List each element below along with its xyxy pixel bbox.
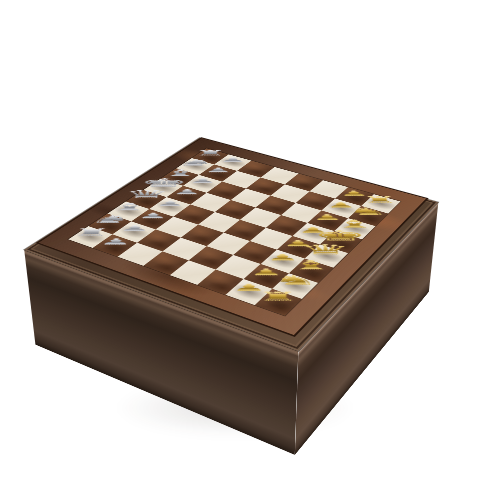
square [189,246,234,269]
square [255,289,302,316]
square [181,225,224,247]
square [118,243,163,266]
square [163,238,207,261]
square [305,244,348,267]
chess-set: ♜♟♞♟♝♟♚♟♟♛♜♟♟♝♞♟♟♞♝♟♟♜♚♟♟♛♟♝♟♞♟♜ [24,138,438,351]
square [289,259,334,283]
square [277,236,320,259]
photo-canvas: ♜♟♞♟♝♟♚♟♟♛♜♟♟♝♞♟♟♞♝♟♟♜♚♟♟♛♟♝♟♞♟♜ [0,0,480,480]
square [137,229,181,251]
square [143,251,188,275]
square [216,255,261,279]
scene: ♜♟♞♟♝♟♚♟♟♛♜♟♟♝♞♟♟♞♝♟♟♜♚♟♟♛♟♝♟♞♟♜ [0,0,480,480]
square [224,220,266,241]
square [170,260,216,285]
square [207,233,250,255]
square [233,241,277,264]
square [93,234,137,256]
square [226,279,273,305]
square [244,264,289,289]
square [197,270,243,295]
square [272,273,318,299]
square [250,228,293,250]
square [261,250,305,274]
